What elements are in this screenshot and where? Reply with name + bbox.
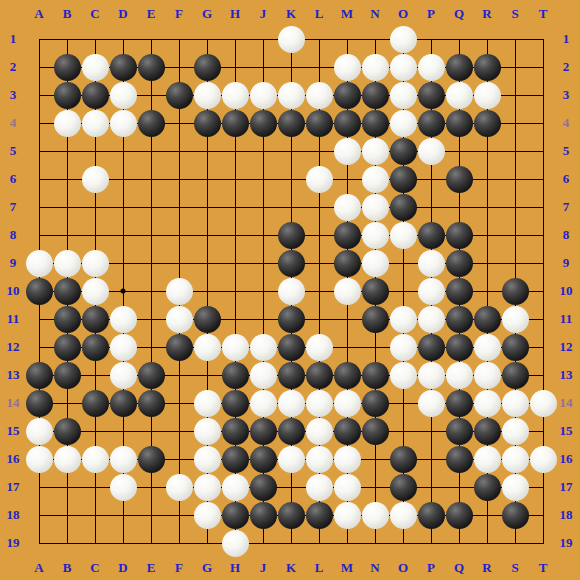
intersection-d12[interactable] xyxy=(109,333,137,361)
intersection-t18[interactable] xyxy=(529,501,557,529)
intersection-s17[interactable] xyxy=(501,473,529,501)
intersection-n7[interactable] xyxy=(361,193,389,221)
intersection-j3[interactable] xyxy=(249,81,277,109)
intersection-k8[interactable] xyxy=(277,221,305,249)
intersection-b16[interactable] xyxy=(53,445,81,473)
intersection-b9[interactable] xyxy=(53,249,81,277)
intersection-o3[interactable] xyxy=(389,81,417,109)
intersection-h8[interactable] xyxy=(221,221,249,249)
intersection-n17[interactable] xyxy=(361,473,389,501)
intersection-d19[interactable] xyxy=(109,529,137,557)
intersection-l16[interactable] xyxy=(305,445,333,473)
intersection-c7[interactable] xyxy=(81,193,109,221)
intersection-f10[interactable] xyxy=(165,277,193,305)
intersection-e16[interactable] xyxy=(137,445,165,473)
intersection-n5[interactable] xyxy=(361,137,389,165)
intersection-p2[interactable] xyxy=(417,53,445,81)
intersection-q17[interactable] xyxy=(445,473,473,501)
intersection-o1[interactable] xyxy=(389,25,417,53)
intersection-q16[interactable] xyxy=(445,445,473,473)
intersection-r14[interactable] xyxy=(473,389,501,417)
intersection-j9[interactable] xyxy=(249,249,277,277)
intersection-j18[interactable] xyxy=(249,501,277,529)
intersection-e11[interactable] xyxy=(137,305,165,333)
intersection-d9[interactable] xyxy=(109,249,137,277)
intersection-b19[interactable] xyxy=(53,529,81,557)
intersection-l11[interactable] xyxy=(305,305,333,333)
intersection-s6[interactable] xyxy=(501,165,529,193)
intersection-t10[interactable] xyxy=(529,277,557,305)
intersection-m19[interactable] xyxy=(333,529,361,557)
intersection-h4[interactable] xyxy=(221,109,249,137)
intersection-h15[interactable] xyxy=(221,417,249,445)
intersection-g4[interactable] xyxy=(193,109,221,137)
intersection-k4[interactable] xyxy=(277,109,305,137)
intersection-f13[interactable] xyxy=(165,361,193,389)
intersection-s4[interactable] xyxy=(501,109,529,137)
intersection-c8[interactable] xyxy=(81,221,109,249)
intersection-p10[interactable] xyxy=(417,277,445,305)
intersection-d4[interactable] xyxy=(109,109,137,137)
intersection-e4[interactable] xyxy=(137,109,165,137)
intersection-h6[interactable] xyxy=(221,165,249,193)
intersection-o15[interactable] xyxy=(389,417,417,445)
intersection-t14[interactable] xyxy=(529,389,557,417)
intersection-e8[interactable] xyxy=(137,221,165,249)
intersection-s2[interactable] xyxy=(501,53,529,81)
intersection-t9[interactable] xyxy=(529,249,557,277)
intersection-m15[interactable] xyxy=(333,417,361,445)
intersection-f14[interactable] xyxy=(165,389,193,417)
intersection-s9[interactable] xyxy=(501,249,529,277)
intersection-q4[interactable] xyxy=(445,109,473,137)
intersection-e10[interactable] xyxy=(137,277,165,305)
intersection-p12[interactable] xyxy=(417,333,445,361)
intersection-e18[interactable] xyxy=(137,501,165,529)
intersection-e12[interactable] xyxy=(137,333,165,361)
intersection-m17[interactable] xyxy=(333,473,361,501)
intersection-t11[interactable] xyxy=(529,305,557,333)
intersection-d1[interactable] xyxy=(109,25,137,53)
intersection-s5[interactable] xyxy=(501,137,529,165)
intersection-r13[interactable] xyxy=(473,361,501,389)
intersection-f7[interactable] xyxy=(165,193,193,221)
intersection-a16[interactable] xyxy=(25,445,53,473)
intersection-q9[interactable] xyxy=(445,249,473,277)
intersection-k7[interactable] xyxy=(277,193,305,221)
intersection-f6[interactable] xyxy=(165,165,193,193)
intersection-n8[interactable] xyxy=(361,221,389,249)
intersection-n12[interactable] xyxy=(361,333,389,361)
intersection-k18[interactable] xyxy=(277,501,305,529)
intersection-t7[interactable] xyxy=(529,193,557,221)
intersection-t5[interactable] xyxy=(529,137,557,165)
intersection-j6[interactable] xyxy=(249,165,277,193)
intersection-r5[interactable] xyxy=(473,137,501,165)
intersection-g9[interactable] xyxy=(193,249,221,277)
intersection-c4[interactable] xyxy=(81,109,109,137)
intersection-t13[interactable] xyxy=(529,361,557,389)
intersection-e3[interactable] xyxy=(137,81,165,109)
intersection-p6[interactable] xyxy=(417,165,445,193)
intersection-d13[interactable] xyxy=(109,361,137,389)
intersection-g7[interactable] xyxy=(193,193,221,221)
intersection-a10[interactable] xyxy=(25,277,53,305)
intersection-r7[interactable] xyxy=(473,193,501,221)
intersection-r3[interactable] xyxy=(473,81,501,109)
intersection-g8[interactable] xyxy=(193,221,221,249)
intersection-s19[interactable] xyxy=(501,529,529,557)
intersection-c18[interactable] xyxy=(81,501,109,529)
intersection-c11[interactable] xyxy=(81,305,109,333)
intersection-c1[interactable] xyxy=(81,25,109,53)
intersection-n16[interactable] xyxy=(361,445,389,473)
intersection-k16[interactable] xyxy=(277,445,305,473)
intersection-h7[interactable] xyxy=(221,193,249,221)
intersection-o17[interactable] xyxy=(389,473,417,501)
intersection-g11[interactable] xyxy=(193,305,221,333)
intersection-g1[interactable] xyxy=(193,25,221,53)
intersection-r9[interactable] xyxy=(473,249,501,277)
intersection-a4[interactable] xyxy=(25,109,53,137)
intersection-a5[interactable] xyxy=(25,137,53,165)
intersection-e6[interactable] xyxy=(137,165,165,193)
intersection-f17[interactable] xyxy=(165,473,193,501)
intersection-p11[interactable] xyxy=(417,305,445,333)
intersection-j16[interactable] xyxy=(249,445,277,473)
intersection-f8[interactable] xyxy=(165,221,193,249)
intersection-c5[interactable] xyxy=(81,137,109,165)
intersection-o6[interactable] xyxy=(389,165,417,193)
intersection-d16[interactable] xyxy=(109,445,137,473)
intersection-m11[interactable] xyxy=(333,305,361,333)
intersection-f4[interactable] xyxy=(165,109,193,137)
intersection-n11[interactable] xyxy=(361,305,389,333)
intersection-b7[interactable] xyxy=(53,193,81,221)
intersection-b8[interactable] xyxy=(53,221,81,249)
intersection-l10[interactable] xyxy=(305,277,333,305)
intersection-q13[interactable] xyxy=(445,361,473,389)
intersection-j12[interactable] xyxy=(249,333,277,361)
intersection-o14[interactable] xyxy=(389,389,417,417)
intersection-m10[interactable] xyxy=(333,277,361,305)
intersection-e19[interactable] xyxy=(137,529,165,557)
intersection-p1[interactable] xyxy=(417,25,445,53)
intersection-d8[interactable] xyxy=(109,221,137,249)
intersection-h18[interactable] xyxy=(221,501,249,529)
intersection-c13[interactable] xyxy=(81,361,109,389)
intersection-d10[interactable] xyxy=(109,277,137,305)
intersection-p9[interactable] xyxy=(417,249,445,277)
intersection-l6[interactable] xyxy=(305,165,333,193)
intersection-s18[interactable] xyxy=(501,501,529,529)
intersection-n3[interactable] xyxy=(361,81,389,109)
intersection-a14[interactable] xyxy=(25,389,53,417)
intersection-r19[interactable] xyxy=(473,529,501,557)
intersection-o4[interactable] xyxy=(389,109,417,137)
intersection-t8[interactable] xyxy=(529,221,557,249)
intersection-s7[interactable] xyxy=(501,193,529,221)
intersection-t2[interactable] xyxy=(529,53,557,81)
intersection-j19[interactable] xyxy=(249,529,277,557)
intersection-e5[interactable] xyxy=(137,137,165,165)
intersection-q15[interactable] xyxy=(445,417,473,445)
intersection-m4[interactable] xyxy=(333,109,361,137)
intersection-c2[interactable] xyxy=(81,53,109,81)
intersection-t15[interactable] xyxy=(529,417,557,445)
intersection-r10[interactable] xyxy=(473,277,501,305)
intersection-h17[interactable] xyxy=(221,473,249,501)
intersection-a18[interactable] xyxy=(25,501,53,529)
intersection-r1[interactable] xyxy=(473,25,501,53)
intersection-m6[interactable] xyxy=(333,165,361,193)
intersection-e17[interactable] xyxy=(137,473,165,501)
intersection-p14[interactable] xyxy=(417,389,445,417)
intersection-b4[interactable] xyxy=(53,109,81,137)
intersection-t6[interactable] xyxy=(529,165,557,193)
intersection-b14[interactable] xyxy=(53,389,81,417)
intersection-a13[interactable] xyxy=(25,361,53,389)
intersection-p15[interactable] xyxy=(417,417,445,445)
intersection-t16[interactable] xyxy=(529,445,557,473)
intersection-n10[interactable] xyxy=(361,277,389,305)
intersection-k15[interactable] xyxy=(277,417,305,445)
intersection-k14[interactable] xyxy=(277,389,305,417)
intersection-o9[interactable] xyxy=(389,249,417,277)
intersection-g18[interactable] xyxy=(193,501,221,529)
intersection-g2[interactable] xyxy=(193,53,221,81)
intersection-r6[interactable] xyxy=(473,165,501,193)
intersection-g14[interactable] xyxy=(193,389,221,417)
intersection-b3[interactable] xyxy=(53,81,81,109)
intersection-f12[interactable] xyxy=(165,333,193,361)
intersection-t19[interactable] xyxy=(529,529,557,557)
intersection-n6[interactable] xyxy=(361,165,389,193)
intersection-k1[interactable] xyxy=(277,25,305,53)
intersection-b5[interactable] xyxy=(53,137,81,165)
intersection-k10[interactable] xyxy=(277,277,305,305)
intersection-c10[interactable] xyxy=(81,277,109,305)
intersection-j8[interactable] xyxy=(249,221,277,249)
intersection-o5[interactable] xyxy=(389,137,417,165)
intersection-s10[interactable] xyxy=(501,277,529,305)
intersection-l17[interactable] xyxy=(305,473,333,501)
intersection-l13[interactable] xyxy=(305,361,333,389)
intersection-a3[interactable] xyxy=(25,81,53,109)
intersection-c14[interactable] xyxy=(81,389,109,417)
intersection-a19[interactable] xyxy=(25,529,53,557)
intersection-o16[interactable] xyxy=(389,445,417,473)
intersection-t1[interactable] xyxy=(529,25,557,53)
intersection-q12[interactable] xyxy=(445,333,473,361)
intersection-c12[interactable] xyxy=(81,333,109,361)
intersection-k9[interactable] xyxy=(277,249,305,277)
intersection-r8[interactable] xyxy=(473,221,501,249)
intersection-k17[interactable] xyxy=(277,473,305,501)
intersection-l3[interactable] xyxy=(305,81,333,109)
intersection-q14[interactable] xyxy=(445,389,473,417)
intersection-a7[interactable] xyxy=(25,193,53,221)
intersection-s13[interactable] xyxy=(501,361,529,389)
intersection-a11[interactable] xyxy=(25,305,53,333)
intersection-p4[interactable] xyxy=(417,109,445,137)
intersection-j14[interactable] xyxy=(249,389,277,417)
intersection-l5[interactable] xyxy=(305,137,333,165)
intersection-p13[interactable] xyxy=(417,361,445,389)
intersection-q1[interactable] xyxy=(445,25,473,53)
intersection-h9[interactable] xyxy=(221,249,249,277)
intersection-l14[interactable] xyxy=(305,389,333,417)
intersection-a12[interactable] xyxy=(25,333,53,361)
intersection-h16[interactable] xyxy=(221,445,249,473)
intersection-h11[interactable] xyxy=(221,305,249,333)
intersection-g16[interactable] xyxy=(193,445,221,473)
intersection-h19[interactable] xyxy=(221,529,249,557)
intersection-m3[interactable] xyxy=(333,81,361,109)
intersection-b1[interactable] xyxy=(53,25,81,53)
intersection-l9[interactable] xyxy=(305,249,333,277)
intersection-m18[interactable] xyxy=(333,501,361,529)
intersection-o2[interactable] xyxy=(389,53,417,81)
intersection-h10[interactable] xyxy=(221,277,249,305)
intersection-f2[interactable] xyxy=(165,53,193,81)
intersection-l1[interactable] xyxy=(305,25,333,53)
intersection-j17[interactable] xyxy=(249,473,277,501)
intersection-o8[interactable] xyxy=(389,221,417,249)
intersection-a9[interactable] xyxy=(25,249,53,277)
intersection-p3[interactable] xyxy=(417,81,445,109)
intersection-m13[interactable] xyxy=(333,361,361,389)
intersection-j7[interactable] xyxy=(249,193,277,221)
intersection-s11[interactable] xyxy=(501,305,529,333)
intersection-c17[interactable] xyxy=(81,473,109,501)
intersection-k13[interactable] xyxy=(277,361,305,389)
intersection-a15[interactable] xyxy=(25,417,53,445)
intersection-d17[interactable] xyxy=(109,473,137,501)
intersection-j13[interactable] xyxy=(249,361,277,389)
intersection-d5[interactable] xyxy=(109,137,137,165)
intersection-g3[interactable] xyxy=(193,81,221,109)
intersection-h1[interactable] xyxy=(221,25,249,53)
intersection-c3[interactable] xyxy=(81,81,109,109)
intersection-m1[interactable] xyxy=(333,25,361,53)
intersection-r12[interactable] xyxy=(473,333,501,361)
intersection-j2[interactable] xyxy=(249,53,277,81)
intersection-a2[interactable] xyxy=(25,53,53,81)
intersection-b11[interactable] xyxy=(53,305,81,333)
intersection-h2[interactable] xyxy=(221,53,249,81)
intersection-j4[interactable] xyxy=(249,109,277,137)
intersection-f19[interactable] xyxy=(165,529,193,557)
intersection-s14[interactable] xyxy=(501,389,529,417)
intersection-l19[interactable] xyxy=(305,529,333,557)
intersection-c19[interactable] xyxy=(81,529,109,557)
intersection-b17[interactable] xyxy=(53,473,81,501)
intersection-p19[interactable] xyxy=(417,529,445,557)
intersection-e2[interactable] xyxy=(137,53,165,81)
intersection-a6[interactable] xyxy=(25,165,53,193)
intersection-n4[interactable] xyxy=(361,109,389,137)
intersection-d3[interactable] xyxy=(109,81,137,109)
intersection-c6[interactable] xyxy=(81,165,109,193)
intersection-f3[interactable] xyxy=(165,81,193,109)
intersection-m9[interactable] xyxy=(333,249,361,277)
intersection-j10[interactable] xyxy=(249,277,277,305)
intersection-q5[interactable] xyxy=(445,137,473,165)
intersection-k6[interactable] xyxy=(277,165,305,193)
intersection-d15[interactable] xyxy=(109,417,137,445)
intersection-m2[interactable] xyxy=(333,53,361,81)
intersection-m14[interactable] xyxy=(333,389,361,417)
intersection-f11[interactable] xyxy=(165,305,193,333)
intersection-d14[interactable] xyxy=(109,389,137,417)
intersection-m16[interactable] xyxy=(333,445,361,473)
intersection-g13[interactable] xyxy=(193,361,221,389)
intersection-g19[interactable] xyxy=(193,529,221,557)
intersection-h13[interactable] xyxy=(221,361,249,389)
intersection-o10[interactable] xyxy=(389,277,417,305)
intersection-c16[interactable] xyxy=(81,445,109,473)
intersection-s16[interactable] xyxy=(501,445,529,473)
intersection-s3[interactable] xyxy=(501,81,529,109)
intersection-e7[interactable] xyxy=(137,193,165,221)
intersection-a17[interactable] xyxy=(25,473,53,501)
intersection-l2[interactable] xyxy=(305,53,333,81)
intersection-k19[interactable] xyxy=(277,529,305,557)
intersection-g15[interactable] xyxy=(193,417,221,445)
intersection-s12[interactable] xyxy=(501,333,529,361)
intersection-e13[interactable] xyxy=(137,361,165,389)
intersection-j11[interactable] xyxy=(249,305,277,333)
intersection-k2[interactable] xyxy=(277,53,305,81)
intersection-q10[interactable] xyxy=(445,277,473,305)
intersection-g10[interactable] xyxy=(193,277,221,305)
intersection-q3[interactable] xyxy=(445,81,473,109)
intersection-f15[interactable] xyxy=(165,417,193,445)
intersection-k12[interactable] xyxy=(277,333,305,361)
intersection-g5[interactable] xyxy=(193,137,221,165)
intersection-s15[interactable] xyxy=(501,417,529,445)
intersection-d7[interactable] xyxy=(109,193,137,221)
intersection-l7[interactable] xyxy=(305,193,333,221)
intersection-c9[interactable] xyxy=(81,249,109,277)
intersection-f16[interactable] xyxy=(165,445,193,473)
intersection-t4[interactable] xyxy=(529,109,557,137)
intersection-n2[interactable] xyxy=(361,53,389,81)
intersection-h3[interactable] xyxy=(221,81,249,109)
intersection-n9[interactable] xyxy=(361,249,389,277)
intersection-r15[interactable] xyxy=(473,417,501,445)
intersection-t17[interactable] xyxy=(529,473,557,501)
intersection-t12[interactable] xyxy=(529,333,557,361)
intersection-q18[interactable] xyxy=(445,501,473,529)
intersection-p16[interactable] xyxy=(417,445,445,473)
intersection-j5[interactable] xyxy=(249,137,277,165)
intersection-c15[interactable] xyxy=(81,417,109,445)
intersection-r16[interactable] xyxy=(473,445,501,473)
intersection-a1[interactable] xyxy=(25,25,53,53)
intersection-n13[interactable] xyxy=(361,361,389,389)
intersection-n18[interactable] xyxy=(361,501,389,529)
intersection-r4[interactable] xyxy=(473,109,501,137)
intersection-l18[interactable] xyxy=(305,501,333,529)
intersection-m8[interactable] xyxy=(333,221,361,249)
intersection-b18[interactable] xyxy=(53,501,81,529)
intersection-j15[interactable] xyxy=(249,417,277,445)
intersection-k11[interactable] xyxy=(277,305,305,333)
intersection-p17[interactable] xyxy=(417,473,445,501)
intersection-f5[interactable] xyxy=(165,137,193,165)
